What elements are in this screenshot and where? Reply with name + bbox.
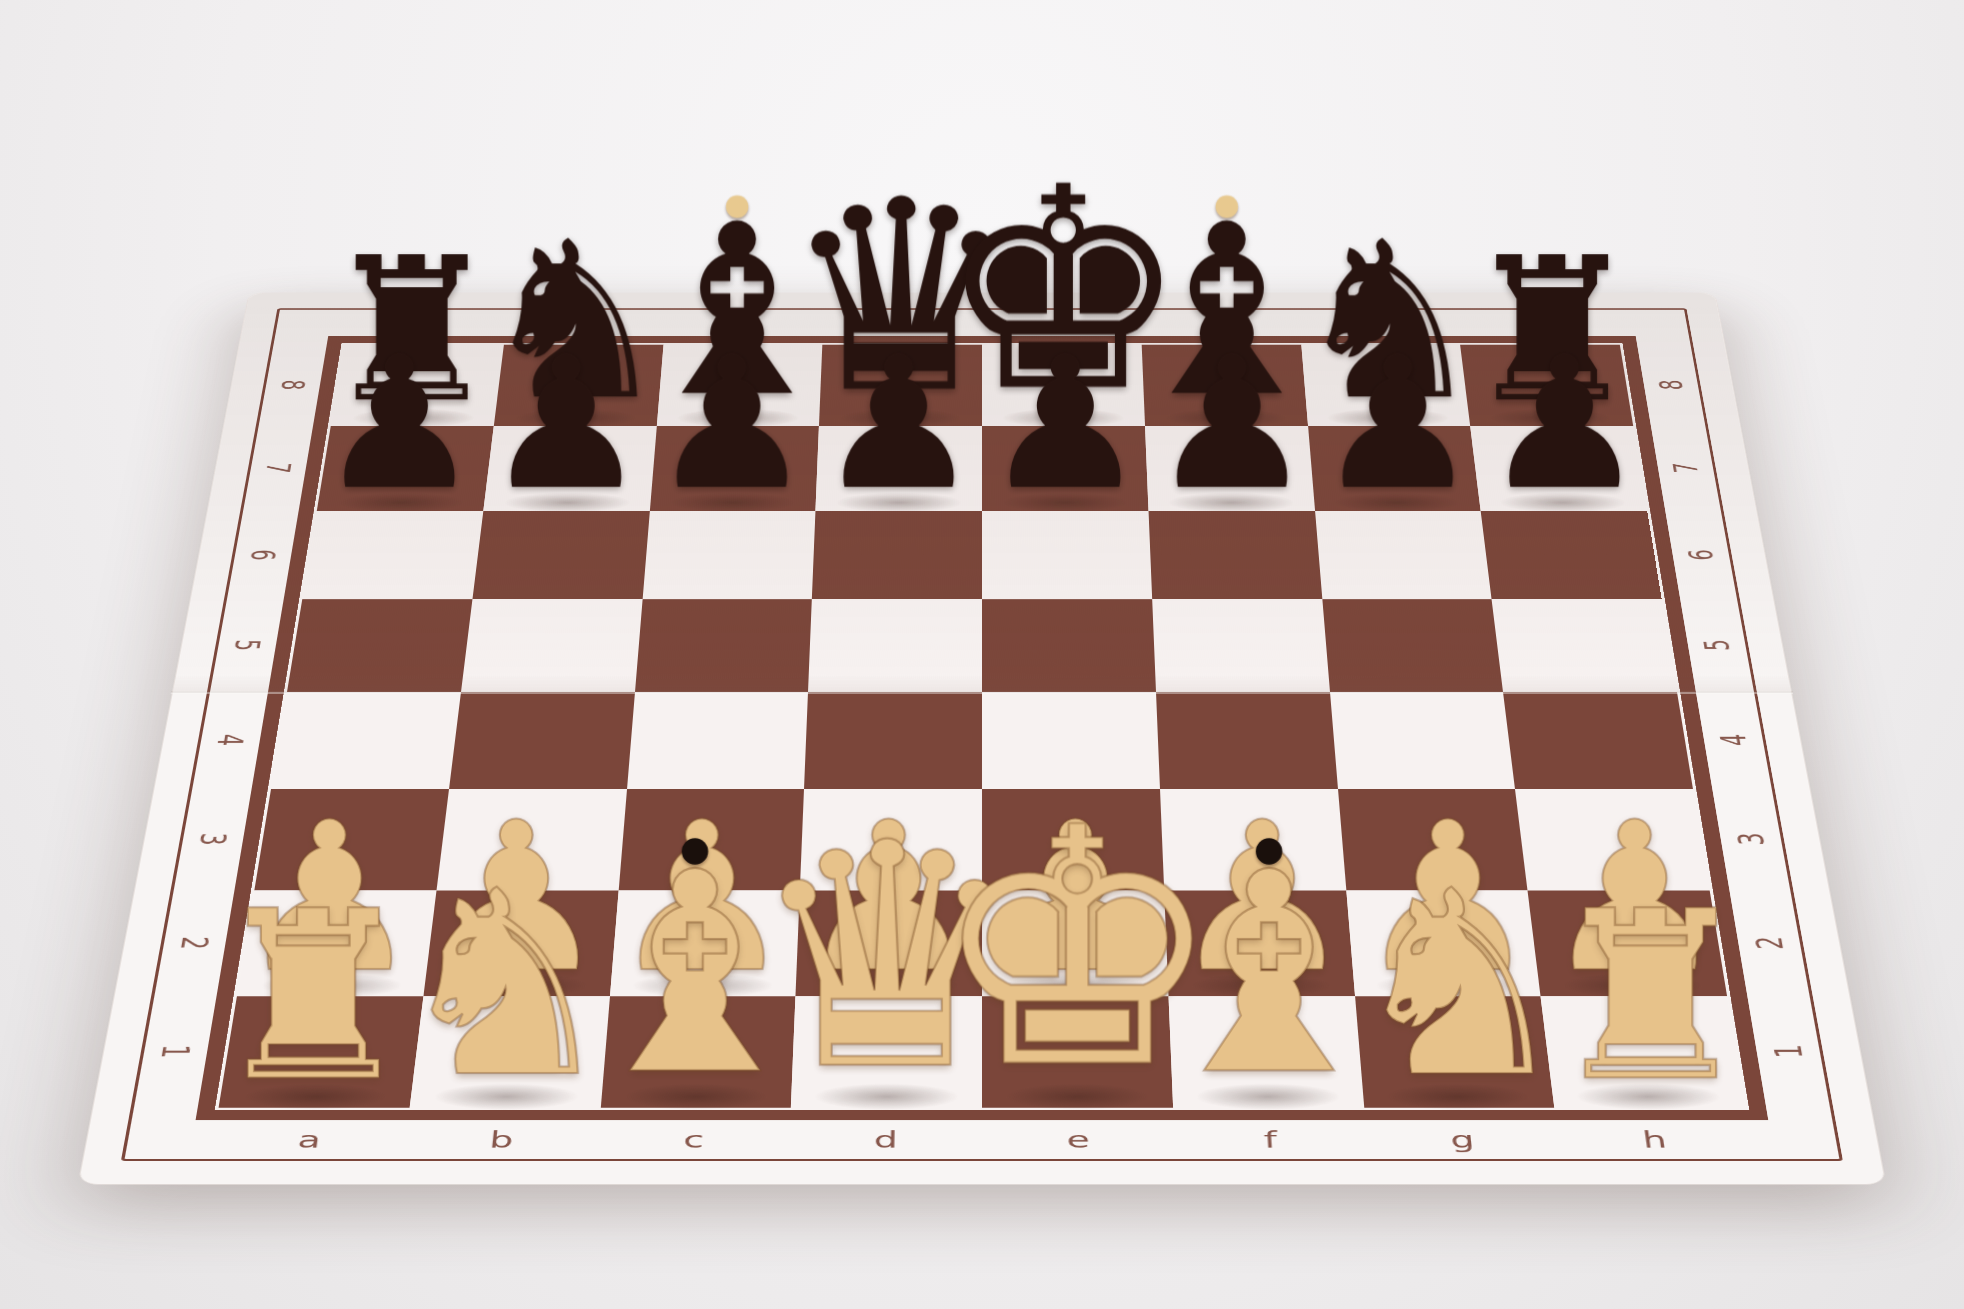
piece-anchor-g7: ♟ <box>1307 421 1481 515</box>
piece-black-pawn-b7: ♟ <box>483 331 648 515</box>
rank-label-left-5: 5 <box>158 630 335 661</box>
piece-black-pawn-a7: ♟ <box>317 331 482 515</box>
piece-anchor-b7: ♟ <box>483 421 657 515</box>
piece-black-pawn-h7: ♟ <box>1482 331 1647 515</box>
square-d5 <box>808 599 982 692</box>
square-g5 <box>1322 599 1503 692</box>
square-b7: ♟ <box>483 426 656 511</box>
square-g4 <box>1330 692 1516 789</box>
piece-black-pawn-d7: ♟ <box>816 331 981 515</box>
rank-label-left-7: 7 <box>193 454 363 482</box>
piece-black-pawn-f7: ♟ <box>1149 331 1314 515</box>
square-c6 <box>642 511 816 600</box>
piece-anchor-e7: ♟ <box>982 421 1148 515</box>
piece-anchor-f1: ♝ <box>1166 953 1364 1113</box>
chess-board: 8 7 6 5 4 3 2 1 8 7 6 5 4 3 2 1 a b c d … <box>77 293 1886 1185</box>
piece-white-knight-g1: ♞ <box>1345 858 1574 1113</box>
rank-label-right-5: 5 <box>1628 630 1805 661</box>
square-e6 <box>982 511 1152 600</box>
rank-label-right-8: 8 <box>1588 371 1754 398</box>
square-e5 <box>982 599 1156 692</box>
square-f1: ♝ <box>1168 996 1363 1107</box>
square-b5 <box>461 599 642 692</box>
square-c5 <box>635 599 813 692</box>
square-b4 <box>449 692 635 789</box>
square-e7: ♟ <box>982 426 1148 511</box>
piece-anchor-g1: ♞ <box>1352 965 1555 1113</box>
piece-black-pawn-g7: ♟ <box>1316 331 1481 515</box>
square-h1: ♜ <box>1541 996 1746 1107</box>
square-b6 <box>472 511 649 600</box>
photo-scene: 8 7 6 5 4 3 2 1 8 7 6 5 4 3 2 1 a b c d … <box>172 0 1792 1309</box>
piece-black-pawn-c7: ♟ <box>650 331 815 515</box>
piece-black-pawn-e7: ♟ <box>983 331 1148 515</box>
square-d6 <box>812 511 982 600</box>
square-f5 <box>1152 599 1330 692</box>
piece-anchor-c7: ♟ <box>649 421 819 515</box>
square-c7: ♟ <box>649 426 819 511</box>
square-h4 <box>1503 692 1693 789</box>
square-g1: ♞ <box>1355 996 1555 1107</box>
rank-label-left-6: 6 <box>176 540 349 570</box>
board-grid: ♜♞♝♛♚♝♞♜♟♟♟♟♟♟♟♟♟♟♟♟♟♟♟♟♜♞♝♛♚♝♞♜ <box>215 343 1749 1110</box>
square-g6 <box>1315 511 1492 600</box>
piece-white-rook-h1: ♜ <box>1546 880 1755 1113</box>
piece-anchor-h1: ♜ <box>1539 978 1747 1114</box>
square-d7: ♟ <box>816 426 982 511</box>
square-f6 <box>1148 511 1322 600</box>
square-c4 <box>627 692 809 789</box>
rank-label-right-7: 7 <box>1601 454 1771 482</box>
piece-anchor-d7: ♟ <box>816 421 982 515</box>
piece-white-rook-a1: ♜ <box>209 880 418 1113</box>
rank-label-left-8: 8 <box>210 371 376 398</box>
piece-anchor-f7: ♟ <box>1145 421 1315 515</box>
square-f7: ♟ <box>1145 426 1315 511</box>
square-g7: ♟ <box>1308 426 1481 511</box>
rank-label-right-6: 6 <box>1614 540 1787 570</box>
square-a4 <box>271 692 461 789</box>
